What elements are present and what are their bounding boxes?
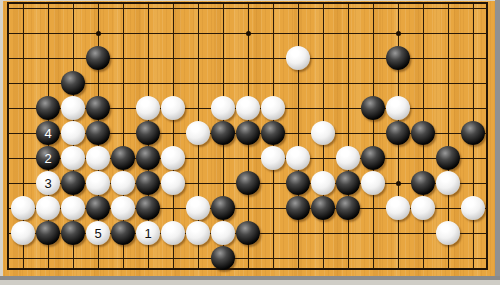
go-diagram: 42351	[0, 0, 500, 285]
stone-white	[261, 146, 285, 170]
star-point	[396, 31, 401, 36]
stone-black	[61, 71, 85, 95]
stone-white	[461, 196, 485, 220]
stone-black	[311, 196, 335, 220]
stone-black	[211, 196, 235, 220]
stone-black	[286, 171, 310, 195]
stone-black	[236, 121, 260, 145]
stone-black	[86, 196, 110, 220]
stone-white	[136, 96, 160, 120]
grid-hline	[9, 258, 487, 259]
grid-hline	[9, 8, 487, 9]
grid-vline	[373, 4, 374, 269]
stone-black	[386, 46, 410, 70]
stone-white	[436, 221, 460, 245]
bevel-edge-right	[495, 0, 500, 285]
stone-black	[86, 46, 110, 70]
stone-black	[136, 121, 160, 145]
stone-black	[261, 121, 285, 145]
stone-black	[136, 196, 160, 220]
star-point	[246, 31, 251, 36]
stone-white	[386, 196, 410, 220]
bevel-edge-left	[0, 0, 3, 285]
stone-black	[361, 96, 385, 120]
move-5-stone-white: 5	[86, 221, 110, 245]
bevel-edge-top	[0, 0, 500, 1]
stone-white	[186, 121, 210, 145]
stone-black	[86, 96, 110, 120]
stone-white	[186, 221, 210, 245]
stone-white	[186, 196, 210, 220]
stone-white	[111, 171, 135, 195]
stone-black	[86, 121, 110, 145]
move-1-stone-white: 1	[136, 221, 160, 245]
move-4-stone-black: 4	[36, 121, 60, 145]
grid-vline	[348, 4, 349, 269]
grid-hline	[9, 58, 487, 59]
stone-black	[111, 146, 135, 170]
stone-white	[11, 221, 35, 245]
stone-black	[61, 171, 85, 195]
stone-black	[411, 171, 435, 195]
stone-black	[136, 146, 160, 170]
stone-white	[161, 96, 185, 120]
stone-white	[286, 46, 310, 70]
stone-black	[211, 246, 235, 270]
stone-white	[286, 146, 310, 170]
stone-white	[61, 121, 85, 145]
stone-black	[436, 146, 460, 170]
stone-white	[11, 196, 35, 220]
stone-black	[236, 171, 260, 195]
stone-white	[311, 121, 335, 145]
stone-white	[161, 146, 185, 170]
stone-white	[236, 96, 260, 120]
stone-white	[411, 196, 435, 220]
stone-white	[86, 146, 110, 170]
grid-vline	[298, 4, 299, 269]
bevel-edge-bottom	[0, 276, 500, 285]
stone-black	[61, 221, 85, 245]
stone-black	[36, 96, 60, 120]
stone-black	[111, 221, 135, 245]
stone-white	[211, 96, 235, 120]
stone-black	[336, 196, 360, 220]
stone-white	[261, 96, 285, 120]
stone-black	[361, 146, 385, 170]
stone-white	[61, 96, 85, 120]
stone-black	[36, 221, 60, 245]
stone-black	[211, 121, 235, 145]
stone-white	[111, 196, 135, 220]
stone-white	[211, 221, 235, 245]
move-3-stone-white: 3	[36, 171, 60, 195]
stone-white	[311, 171, 335, 195]
stone-black	[411, 121, 435, 145]
stone-white	[161, 171, 185, 195]
move-2-stone-black: 2	[36, 146, 60, 170]
stone-white	[36, 196, 60, 220]
stone-white	[61, 146, 85, 170]
stone-white	[386, 96, 410, 120]
stone-white	[436, 171, 460, 195]
stone-black	[236, 221, 260, 245]
stone-white	[361, 171, 385, 195]
stone-white	[61, 196, 85, 220]
stone-black	[336, 171, 360, 195]
stone-black	[286, 196, 310, 220]
stone-black	[386, 121, 410, 145]
star-point	[396, 181, 401, 186]
stone-black	[461, 121, 485, 145]
stone-white	[336, 146, 360, 170]
stone-white	[86, 171, 110, 195]
stone-black	[136, 171, 160, 195]
star-point	[96, 31, 101, 36]
stone-white	[161, 221, 185, 245]
